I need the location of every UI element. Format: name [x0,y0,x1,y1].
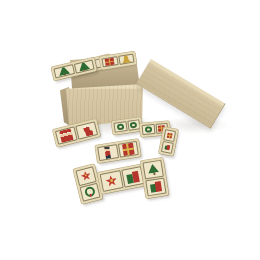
domino-bottom-vertical-left [73,164,103,204]
domino-top-row-1 [111,117,143,135]
domino-center-single [95,139,141,164]
domino-half [53,64,74,78]
domino-half [142,160,163,179]
wreath-icon [145,126,152,133]
domino-half [118,54,135,65]
poinsettia-icon [80,170,92,182]
domino-half [101,56,118,67]
gift-icon [166,132,173,139]
domino-half [163,129,176,142]
gift-icon [105,57,115,67]
domino-half [79,182,100,201]
domino-half [127,119,141,131]
stocking-icon [80,123,94,137]
domino-half [73,60,94,74]
gifts-icon [126,170,140,184]
box-lid [136,59,226,129]
domino-bottom-horizontal [97,164,146,194]
tree-icon [77,60,90,73]
domino-half [161,141,174,154]
domino-half [117,141,138,158]
nutcracker-icon [101,146,114,159]
tree-icon [57,65,70,78]
domino-half [142,124,155,135]
poinsettia-icon [105,174,119,188]
domino-half [100,170,124,192]
bell-icon [121,54,131,64]
wreath-icon [84,186,96,198]
domino-half [75,121,98,139]
domino-left-single [52,119,100,147]
wreath-icon [117,123,125,131]
domino-half [113,121,127,133]
domino-half [97,144,118,161]
tree-icon [147,163,159,175]
gifts-icon [164,144,171,151]
domino-half [55,126,78,144]
gift-icon [122,143,135,156]
product-photo-scene [0,0,260,260]
domino-half [145,177,166,196]
gifts-icon [150,180,162,192]
santa-icon [59,129,73,143]
wreath-icon [130,121,138,129]
domino-bottom-vertical-right [140,157,169,198]
